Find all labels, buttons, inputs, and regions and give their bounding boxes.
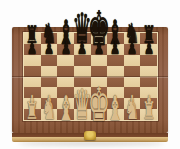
square-f4	[107, 77, 124, 88]
square-e5	[91, 66, 108, 77]
square-f5	[107, 66, 124, 77]
square-e3	[91, 87, 108, 98]
square-d6	[74, 55, 91, 66]
square-h8	[140, 33, 157, 44]
square-b6	[41, 55, 58, 66]
square-c7	[57, 44, 74, 55]
square-b5	[41, 66, 58, 77]
square-a4	[24, 77, 41, 88]
square-g7	[124, 44, 141, 55]
square-h3	[140, 87, 157, 98]
square-g1	[124, 109, 141, 120]
square-d2	[74, 98, 91, 109]
square-e8	[91, 33, 108, 44]
square-c6	[57, 55, 74, 66]
square-a8	[24, 33, 41, 44]
square-h5	[140, 66, 157, 77]
brass-clasp	[84, 131, 96, 140]
square-h1	[140, 109, 157, 120]
square-b1	[41, 109, 58, 120]
square-e4	[91, 77, 108, 88]
square-g2	[124, 98, 141, 109]
chess-board	[12, 27, 168, 133]
board-shadow	[18, 141, 164, 146]
square-a1	[24, 109, 41, 120]
square-f7	[107, 44, 124, 55]
square-e7	[91, 44, 108, 55]
square-f8	[107, 33, 124, 44]
square-h2	[140, 98, 157, 109]
square-f6	[107, 55, 124, 66]
square-b7	[41, 44, 58, 55]
square-e1	[91, 109, 108, 120]
square-d3	[74, 87, 91, 98]
square-c8	[57, 33, 74, 44]
square-h6	[140, 55, 157, 66]
square-e6	[91, 55, 108, 66]
square-h4	[140, 77, 157, 88]
square-b4	[41, 77, 58, 88]
square-h7	[140, 44, 157, 55]
square-f3	[107, 87, 124, 98]
square-a3	[24, 87, 41, 98]
square-f1	[107, 109, 124, 120]
square-b2	[41, 98, 58, 109]
square-g8	[124, 33, 141, 44]
square-f2	[107, 98, 124, 109]
square-a2	[24, 98, 41, 109]
board-fold-seam	[12, 76, 168, 77]
square-e2	[91, 98, 108, 109]
square-a6	[24, 55, 41, 66]
square-d1	[74, 109, 91, 120]
square-c5	[57, 66, 74, 77]
square-a7	[24, 44, 41, 55]
square-d4	[74, 77, 91, 88]
square-c4	[57, 77, 74, 88]
square-g5	[124, 66, 141, 77]
square-g3	[124, 87, 141, 98]
square-d7	[74, 44, 91, 55]
square-c1	[57, 109, 74, 120]
square-d8	[74, 33, 91, 44]
square-g4	[124, 77, 141, 88]
square-c2	[57, 98, 74, 109]
square-b8	[41, 33, 58, 44]
square-a5	[24, 66, 41, 77]
product-photo-scene: ♜♞♝♛♚♝♞♜♟♟♟♟♟♟♟♟♟♟♟♟♟♟♟♟♜♞♝♛♚♝♞♜	[0, 0, 180, 149]
square-d5	[74, 66, 91, 77]
square-b3	[41, 87, 58, 98]
square-g6	[124, 55, 141, 66]
square-c3	[57, 87, 74, 98]
